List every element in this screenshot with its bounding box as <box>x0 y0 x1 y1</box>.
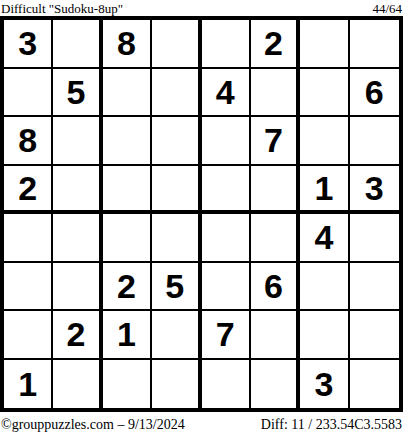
cell-r1c4[interactable] <box>152 20 201 69</box>
cell-r8c1: 1 <box>4 360 53 409</box>
puzzle-title: Difficult "Sudoku-8up" <box>1 2 123 16</box>
cell-r6c1[interactable] <box>4 263 53 312</box>
cell-r4c8: 3 <box>350 166 399 215</box>
cell-r2c2: 5 <box>53 69 102 118</box>
page-header: Difficult "Sudoku-8up" 44/64 <box>0 0 403 16</box>
cell-r5c7: 4 <box>300 214 349 263</box>
cell-r7c7[interactable] <box>300 311 349 360</box>
cell-r6c7[interactable] <box>300 263 349 312</box>
cell-r3c7[interactable] <box>300 117 349 166</box>
cell-r2c4[interactable] <box>152 69 201 118</box>
cell-r1c6: 2 <box>251 20 300 69</box>
cell-r1c3: 8 <box>103 20 152 69</box>
cell-r4c2[interactable] <box>53 166 102 215</box>
cell-r7c8[interactable] <box>350 311 399 360</box>
cell-r4c3[interactable] <box>103 166 152 215</box>
cell-r3c3[interactable] <box>103 117 152 166</box>
cell-r4c1: 2 <box>4 166 53 215</box>
cell-r4c5[interactable] <box>202 166 251 215</box>
cell-r3c4[interactable] <box>152 117 201 166</box>
cell-r5c5[interactable] <box>202 214 251 263</box>
cell-r3c1: 8 <box>4 117 53 166</box>
cell-r2c5: 4 <box>202 69 251 118</box>
cell-r3c5[interactable] <box>202 117 251 166</box>
cell-r3c2[interactable] <box>53 117 102 166</box>
cell-r3c6: 7 <box>251 117 300 166</box>
page-footer: ©grouppuzzles.com – 9/13/2024 Diff: 11 /… <box>0 412 403 437</box>
cell-r4c4[interactable] <box>152 166 201 215</box>
cell-r8c4[interactable] <box>152 360 201 409</box>
cell-r5c8[interactable] <box>350 214 399 263</box>
cell-r7c3: 1 <box>103 311 152 360</box>
sudoku-board: 38254687213425621713 <box>0 16 403 412</box>
cell-r3c8[interactable] <box>350 117 399 166</box>
cell-r6c5[interactable] <box>202 263 251 312</box>
cell-r6c3: 2 <box>103 263 152 312</box>
cell-r4c7: 1 <box>300 166 349 215</box>
cell-r6c8[interactable] <box>350 263 399 312</box>
cell-r2c8: 6 <box>350 69 399 118</box>
cell-r7c2: 2 <box>53 311 102 360</box>
cell-r8c5[interactable] <box>202 360 251 409</box>
cell-r5c3[interactable] <box>103 214 152 263</box>
cell-r5c6[interactable] <box>251 214 300 263</box>
puzzle-counter: 44/64 <box>372 2 402 16</box>
copyright-text: ©grouppuzzles.com – 9/13/2024 <box>1 416 185 434</box>
cell-r1c2[interactable] <box>53 20 102 69</box>
difficulty-text: Diff: 11 / 233.54C3.5583 <box>261 416 402 434</box>
cell-r8c2[interactable] <box>53 360 102 409</box>
cell-r8c6[interactable] <box>251 360 300 409</box>
cell-r2c1[interactable] <box>4 69 53 118</box>
cell-r7c5: 7 <box>202 311 251 360</box>
cell-r1c8[interactable] <box>350 20 399 69</box>
cell-r5c2[interactable] <box>53 214 102 263</box>
cell-r5c4[interactable] <box>152 214 201 263</box>
cell-r1c7[interactable] <box>300 20 349 69</box>
cell-r1c5[interactable] <box>202 20 251 69</box>
cell-r6c6: 6 <box>251 263 300 312</box>
cell-r2c6[interactable] <box>251 69 300 118</box>
cell-r1c1: 3 <box>4 20 53 69</box>
cell-r2c3[interactable] <box>103 69 152 118</box>
cell-r8c8[interactable] <box>350 360 399 409</box>
cell-r8c7: 3 <box>300 360 349 409</box>
cell-r7c1[interactable] <box>4 311 53 360</box>
cell-r2c7[interactable] <box>300 69 349 118</box>
cell-r8c3[interactable] <box>103 360 152 409</box>
cell-r6c4: 5 <box>152 263 201 312</box>
cell-r7c6[interactable] <box>251 311 300 360</box>
cell-r5c1[interactable] <box>4 214 53 263</box>
cell-r4c6[interactable] <box>251 166 300 215</box>
cell-r7c4[interactable] <box>152 311 201 360</box>
cell-r6c2[interactable] <box>53 263 102 312</box>
